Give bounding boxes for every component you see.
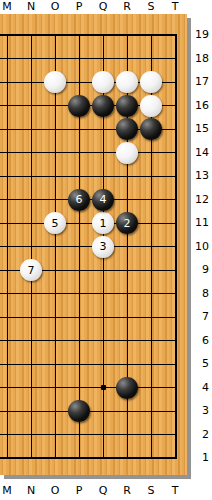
row-label-4: 4 — [190, 381, 209, 395]
black-stone-R4[interactable] — [116, 377, 138, 399]
intersection-M16[interactable] — [0, 94, 19, 118]
intersection-O4[interactable] — [43, 376, 67, 400]
intersection-T19[interactable] — [163, 23, 187, 47]
white-stone-S17[interactable] — [140, 71, 162, 93]
row-label-9: 9 — [190, 263, 209, 277]
intersection-N4[interactable] — [19, 376, 43, 400]
intersection-S3[interactable] — [139, 399, 163, 423]
row-label-8: 8 — [190, 287, 209, 301]
intersection-O6[interactable] — [43, 329, 67, 353]
row-label-18: 18 — [190, 52, 209, 66]
white-stone-O17[interactable] — [44, 71, 66, 93]
intersection-N7[interactable] — [19, 305, 43, 329]
intersection-T3[interactable] — [163, 399, 187, 423]
row-label-2: 2 — [190, 428, 209, 442]
intersection-N17[interactable] — [19, 70, 43, 94]
intersection-M1[interactable] — [0, 446, 19, 470]
white-stone-R17[interactable] — [116, 71, 138, 93]
intersection-O5[interactable] — [43, 352, 67, 376]
intersection-S19[interactable] — [139, 23, 163, 47]
intersection-O7[interactable] — [43, 305, 67, 329]
intersection-T10[interactable] — [163, 235, 187, 259]
black-stone-Q12[interactable]: 4 — [92, 189, 114, 211]
intersection-P7[interactable] — [67, 305, 91, 329]
intersection-N18[interactable] — [19, 47, 43, 71]
intersection-N16[interactable] — [19, 94, 43, 118]
col-label-top-O: O — [43, 1, 67, 13]
intersection-Q14[interactable] — [91, 141, 115, 165]
intersection-M13[interactable] — [0, 164, 19, 188]
intersection-R13[interactable] — [115, 164, 139, 188]
intersection-O14[interactable] — [43, 141, 67, 165]
intersection-R7[interactable] — [115, 305, 139, 329]
intersection-N5[interactable] — [19, 352, 43, 376]
intersection-O13[interactable] — [43, 164, 67, 188]
intersection-P2[interactable] — [67, 423, 91, 447]
col-label-top-M: M — [0, 1, 19, 13]
intersection-O12[interactable] — [43, 188, 67, 212]
row-label-10: 10 — [190, 240, 209, 254]
intersection-Q6[interactable] — [91, 329, 115, 353]
col-label-top-R: R — [115, 1, 139, 13]
intersection-T6[interactable] — [163, 329, 187, 353]
col-label-bottom-O: O — [43, 485, 67, 497]
intersection-N14[interactable] — [19, 141, 43, 165]
intersection-S5[interactable] — [139, 352, 163, 376]
intersection-O16[interactable] — [43, 94, 67, 118]
intersection-M4[interactable] — [0, 376, 19, 400]
intersection-N3[interactable] — [19, 399, 43, 423]
row-label-14: 14 — [190, 146, 209, 160]
intersection-S9[interactable] — [139, 258, 163, 282]
intersection-Q2[interactable] — [91, 423, 115, 447]
row-label-12: 12 — [190, 193, 209, 207]
black-stone-R15[interactable] — [116, 118, 138, 140]
intersection-S11[interactable] — [139, 211, 163, 235]
intersection-S7[interactable] — [139, 305, 163, 329]
intersection-S10[interactable] — [139, 235, 163, 259]
intersection-N8[interactable] — [19, 282, 43, 306]
intersection-T18[interactable] — [163, 47, 187, 71]
intersection-O10[interactable] — [43, 235, 67, 259]
intersection-T8[interactable] — [163, 282, 187, 306]
black-stone-P16[interactable] — [68, 95, 90, 117]
row-label-16: 16 — [190, 99, 209, 113]
intersection-N12[interactable] — [19, 188, 43, 212]
col-label-top-Q: Q — [91, 1, 115, 13]
intersection-N10[interactable] — [19, 235, 43, 259]
intersection-S1[interactable] — [139, 446, 163, 470]
intersection-Q7[interactable] — [91, 305, 115, 329]
intersection-T4[interactable] — [163, 376, 187, 400]
black-stone-S15[interactable] — [140, 118, 162, 140]
intersection-Q5[interactable] — [91, 352, 115, 376]
col-label-bottom-R: R — [115, 485, 139, 497]
intersection-R19[interactable] — [115, 23, 139, 47]
intersection-M7[interactable] — [0, 305, 19, 329]
col-label-bottom-N: N — [19, 485, 43, 497]
black-stone-P12[interactable]: 6 — [68, 189, 90, 211]
intersection-O2[interactable] — [43, 423, 67, 447]
col-label-top-S: S — [139, 1, 163, 13]
intersection-O1[interactable] — [43, 446, 67, 470]
intersection-Q18[interactable] — [91, 47, 115, 71]
col-label-bottom-Q: Q — [91, 485, 115, 497]
white-stone-Q11[interactable]: 1 — [92, 212, 114, 234]
intersection-P5[interactable] — [67, 352, 91, 376]
intersection-M10[interactable] — [0, 235, 19, 259]
board: 1234567 — [0, 14, 187, 475]
black-stone-P3[interactable] — [68, 400, 90, 422]
intersection-M6[interactable] — [0, 329, 19, 353]
intersection-O15[interactable] — [43, 117, 67, 141]
black-stone-R11[interactable]: 2 — [116, 212, 138, 234]
intersection-Q9[interactable] — [91, 258, 115, 282]
white-stone-Q10[interactable]: 3 — [92, 236, 114, 258]
intersection-T9[interactable] — [163, 258, 187, 282]
intersection-T15[interactable] — [163, 117, 187, 141]
row-label-3: 3 — [190, 404, 209, 418]
intersection-R9[interactable] — [115, 258, 139, 282]
intersection-Q1[interactable] — [91, 446, 115, 470]
intersection-R8[interactable] — [115, 282, 139, 306]
intersection-O18[interactable] — [43, 47, 67, 71]
row-label-19: 19 — [190, 28, 209, 42]
intersection-T13[interactable] — [163, 164, 187, 188]
row-label-1: 1 — [190, 451, 209, 465]
intersection-R3[interactable] — [115, 399, 139, 423]
intersection-M11[interactable] — [0, 211, 19, 235]
intersection-R6[interactable] — [115, 329, 139, 353]
row-label-6: 6 — [190, 334, 209, 348]
intersection-M18[interactable] — [0, 47, 19, 71]
row-label-11: 11 — [190, 216, 209, 230]
white-stone-S16[interactable] — [140, 95, 162, 117]
intersection-S13[interactable] — [139, 164, 163, 188]
intersection-S6[interactable] — [139, 329, 163, 353]
intersection-S8[interactable] — [139, 282, 163, 306]
white-stone-O11[interactable]: 5 — [44, 212, 66, 234]
intersection-M14[interactable] — [0, 141, 19, 165]
row-label-15: 15 — [190, 122, 209, 136]
intersection-T7[interactable] — [163, 305, 187, 329]
intersection-P10[interactable] — [67, 235, 91, 259]
intersection-P11[interactable] — [67, 211, 91, 235]
intersection-N11[interactable] — [19, 211, 43, 235]
intersection-N15[interactable] — [19, 117, 43, 141]
intersection-P8[interactable] — [67, 282, 91, 306]
col-label-top-N: N — [19, 1, 43, 13]
white-stone-Q17[interactable] — [92, 71, 114, 93]
intersection-T1[interactable] — [163, 446, 187, 470]
intersection-R18[interactable] — [115, 47, 139, 71]
intersection-O8[interactable] — [43, 282, 67, 306]
intersection-M8[interactable] — [0, 282, 19, 306]
intersection-T12[interactable] — [163, 188, 187, 212]
intersection-N19[interactable] — [19, 23, 43, 47]
intersection-T11[interactable] — [163, 211, 187, 235]
intersection-S18[interactable] — [139, 47, 163, 71]
intersection-M9[interactable] — [0, 258, 19, 282]
col-label-bottom-P: P — [67, 485, 91, 497]
col-label-top-T: T — [163, 1, 187, 13]
intersection-R5[interactable] — [115, 352, 139, 376]
intersection-P6[interactable] — [67, 329, 91, 353]
intersection-P9[interactable] — [67, 258, 91, 282]
intersection-T2[interactable] — [163, 423, 187, 447]
intersection-M5[interactable] — [0, 352, 19, 376]
intersection-R1[interactable] — [115, 446, 139, 470]
intersection-M2[interactable] — [0, 423, 19, 447]
intersection-N1[interactable] — [19, 446, 43, 470]
intersection-R2[interactable] — [115, 423, 139, 447]
intersection-M19[interactable] — [0, 23, 19, 47]
intersection-S12[interactable] — [139, 188, 163, 212]
row-label-5: 5 — [190, 357, 209, 371]
intersection-N13[interactable] — [19, 164, 43, 188]
col-label-top-P: P — [67, 1, 91, 13]
row-label-7: 7 — [190, 310, 209, 324]
intersection-Q8[interactable] — [91, 282, 115, 306]
intersection-P17[interactable] — [67, 70, 91, 94]
intersection-P4[interactable] — [67, 376, 91, 400]
intersection-R10[interactable] — [115, 235, 139, 259]
intersection-T14[interactable] — [163, 141, 187, 165]
board-grid: 1234567 — [0, 23, 187, 470]
intersection-Q15[interactable] — [91, 117, 115, 141]
black-stone-Q16[interactable] — [92, 95, 114, 117]
intersection-S2[interactable] — [139, 423, 163, 447]
col-label-bottom-T: T — [163, 485, 187, 497]
intersection-P14[interactable] — [67, 141, 91, 165]
go-board-diagram: 1234567 MMNNOOPPQQRRSSTT1918171615141312… — [0, 0, 212, 500]
intersection-Q13[interactable] — [91, 164, 115, 188]
row-label-17: 17 — [190, 75, 209, 89]
intersection-M15[interactable] — [0, 117, 19, 141]
intersection-Q3[interactable] — [91, 399, 115, 423]
intersection-S4[interactable] — [139, 376, 163, 400]
white-stone-R14[interactable] — [116, 142, 138, 164]
intersection-P18[interactable] — [67, 47, 91, 71]
intersection-M17[interactable] — [0, 70, 19, 94]
intersection-O3[interactable] — [43, 399, 67, 423]
intersection-T16[interactable] — [163, 94, 187, 118]
intersection-M3[interactable] — [0, 399, 19, 423]
row-label-13: 13 — [190, 169, 209, 183]
intersection-M12[interactable] — [0, 188, 19, 212]
intersection-N6[interactable] — [19, 329, 43, 353]
star-point-Q4 — [101, 385, 106, 390]
intersection-T5[interactable] — [163, 352, 187, 376]
intersection-N2[interactable] — [19, 423, 43, 447]
intersection-Q19[interactable] — [91, 23, 115, 47]
intersection-R12[interactable] — [115, 188, 139, 212]
intersection-P13[interactable] — [67, 164, 91, 188]
white-stone-N9[interactable]: 7 — [20, 259, 42, 281]
intersection-S14[interactable] — [139, 141, 163, 165]
col-label-bottom-M: M — [0, 485, 19, 497]
intersection-P1[interactable] — [67, 446, 91, 470]
intersection-T17[interactable] — [163, 70, 187, 94]
intersection-O9[interactable] — [43, 258, 67, 282]
intersection-P19[interactable] — [67, 23, 91, 47]
black-stone-R16[interactable] — [116, 95, 138, 117]
col-label-bottom-S: S — [139, 485, 163, 497]
intersection-O19[interactable] — [43, 23, 67, 47]
intersection-P15[interactable] — [67, 117, 91, 141]
